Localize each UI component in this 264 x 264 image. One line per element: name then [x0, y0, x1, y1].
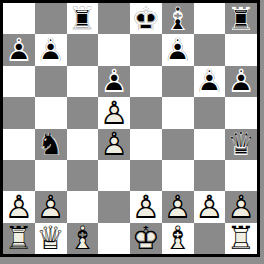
square-g6[interactable]: ♟♙	[194, 66, 226, 97]
black-rook-piece[interactable]: ♜♖	[225, 3, 257, 34]
white-pawn-piece[interactable]: ♟♙	[98, 97, 130, 128]
square-h8[interactable]: ♜♖	[225, 3, 257, 34]
piece-outline-layer: ♙	[35, 191, 67, 222]
square-g2[interactable]: ♟♙	[194, 191, 226, 222]
square-h6[interactable]: ♟♙	[225, 66, 257, 97]
white-bishop-piece[interactable]: ♝♗	[67, 223, 99, 254]
square-g1[interactable]	[194, 223, 226, 254]
square-d8[interactable]	[98, 3, 130, 34]
piece-outline-layer: ♙	[162, 191, 194, 222]
white-pawn-piece[interactable]: ♟♙	[194, 191, 226, 222]
piece-outline-layer: ♕	[35, 223, 67, 254]
square-b1[interactable]: ♛♕	[35, 223, 67, 254]
square-b7[interactable]: ♟♙	[35, 34, 67, 65]
white-rook-piece[interactable]: ♜♖	[3, 223, 35, 254]
square-f5[interactable]	[162, 97, 194, 128]
square-h2[interactable]: ♟♙	[225, 191, 257, 222]
square-e1[interactable]: ♚♔	[130, 223, 162, 254]
white-king-piece[interactable]: ♚♔	[130, 223, 162, 254]
piece-outline-layer: ♖	[225, 223, 257, 254]
square-d6[interactable]: ♟♙	[98, 66, 130, 97]
square-h3[interactable]	[225, 160, 257, 191]
square-d3[interactable]	[98, 160, 130, 191]
square-a6[interactable]	[3, 66, 35, 97]
black-pawn-piece[interactable]: ♟♙	[35, 34, 67, 65]
square-e5[interactable]	[130, 97, 162, 128]
square-g4[interactable]	[194, 129, 226, 160]
piece-outline-layer: ♗	[162, 3, 194, 34]
black-pawn-piece[interactable]: ♟♙	[194, 66, 226, 97]
black-pawn-piece[interactable]: ♟♙	[225, 66, 257, 97]
square-c1[interactable]: ♝♗	[67, 223, 99, 254]
square-a4[interactable]	[3, 129, 35, 160]
square-h1[interactable]: ♜♖	[225, 223, 257, 254]
piece-outline-layer: ♔	[130, 3, 162, 34]
square-a2[interactable]: ♟♙	[3, 191, 35, 222]
piece-outline-layer: ♙	[130, 191, 162, 222]
square-e8[interactable]: ♚♔	[130, 3, 162, 34]
white-pawn-piece[interactable]: ♟♙	[35, 191, 67, 222]
square-f7[interactable]: ♟♙	[162, 34, 194, 65]
square-d5[interactable]: ♟♙	[98, 97, 130, 128]
white-bishop-piece[interactable]: ♝♗	[162, 223, 194, 254]
square-h5[interactable]	[225, 97, 257, 128]
square-c5[interactable]	[67, 97, 99, 128]
square-g7[interactable]	[194, 34, 226, 65]
black-pawn-piece[interactable]: ♟♙	[98, 66, 130, 97]
square-c2[interactable]	[67, 191, 99, 222]
square-d2[interactable]	[98, 191, 130, 222]
square-g3[interactable]	[194, 160, 226, 191]
square-b2[interactable]: ♟♙	[35, 191, 67, 222]
white-rook-piece[interactable]: ♜♖	[225, 223, 257, 254]
square-a7[interactable]: ♟♙	[3, 34, 35, 65]
piece-outline-layer: ♖	[67, 3, 99, 34]
black-queen-piece[interactable]: ♛♕	[225, 129, 257, 160]
square-a5[interactable]	[3, 97, 35, 128]
piece-outline-layer: ♔	[130, 223, 162, 254]
square-e6[interactable]	[130, 66, 162, 97]
square-e3[interactable]	[130, 160, 162, 191]
square-e4[interactable]	[130, 129, 162, 160]
chess-diagram: ♜♖♚♔♝♗♜♖♟♙♟♙♟♙♟♙♟♙♟♙♟♙♞♘♟♙♛♕♟♙♟♙♟♙♟♙♟♙♟♙…	[0, 0, 264, 264]
piece-outline-layer: ♗	[162, 223, 194, 254]
square-c7[interactable]	[67, 34, 99, 65]
black-pawn-piece[interactable]: ♟♙	[162, 34, 194, 65]
square-c8[interactable]: ♜♖	[67, 3, 99, 34]
square-d7[interactable]	[98, 34, 130, 65]
piece-outline-layer: ♙	[98, 66, 130, 97]
piece-outline-layer: ♕	[225, 129, 257, 160]
piece-outline-layer: ♙	[194, 191, 226, 222]
square-h7[interactable]	[225, 34, 257, 65]
square-b4[interactable]: ♞♘	[35, 129, 67, 160]
square-f1[interactable]: ♝♗	[162, 223, 194, 254]
white-pawn-piece[interactable]: ♟♙	[3, 191, 35, 222]
piece-outline-layer: ♙	[3, 34, 35, 65]
square-c3[interactable]	[67, 160, 99, 191]
piece-outline-layer: ♙	[225, 191, 257, 222]
piece-outline-layer: ♙	[3, 191, 35, 222]
square-c4[interactable]	[67, 129, 99, 160]
square-f8[interactable]: ♝♗	[162, 3, 194, 34]
square-f2[interactable]: ♟♙	[162, 191, 194, 222]
square-g8[interactable]	[194, 3, 226, 34]
black-rook-piece[interactable]: ♜♖	[67, 3, 99, 34]
square-b3[interactable]	[35, 160, 67, 191]
piece-outline-layer: ♖	[3, 223, 35, 254]
piece-outline-layer: ♙	[98, 129, 130, 160]
white-pawn-piece[interactable]: ♟♙	[98, 129, 130, 160]
black-king-piece[interactable]: ♚♔	[130, 3, 162, 34]
white-pawn-piece[interactable]: ♟♙	[130, 191, 162, 222]
piece-outline-layer: ♘	[35, 129, 67, 160]
piece-outline-layer: ♙	[98, 97, 130, 128]
square-f4[interactable]	[162, 129, 194, 160]
black-bishop-piece[interactable]: ♝♗	[162, 3, 194, 34]
square-b8[interactable]	[35, 3, 67, 34]
square-c6[interactable]	[67, 66, 99, 97]
square-e7[interactable]	[130, 34, 162, 65]
black-pawn-piece[interactable]: ♟♙	[3, 34, 35, 65]
piece-outline-layer: ♙	[35, 34, 67, 65]
square-e2[interactable]: ♟♙	[130, 191, 162, 222]
chess-board: ♜♖♚♔♝♗♜♖♟♙♟♙♟♙♟♙♟♙♟♙♟♙♞♘♟♙♛♕♟♙♟♙♟♙♟♙♟♙♟♙…	[3, 3, 257, 254]
piece-outline-layer: ♖	[225, 3, 257, 34]
square-h4[interactable]: ♛♕	[225, 129, 257, 160]
square-f6[interactable]	[162, 66, 194, 97]
square-a3[interactable]	[3, 160, 35, 191]
square-a8[interactable]	[3, 3, 35, 34]
square-d1[interactable]	[98, 223, 130, 254]
white-pawn-piece[interactable]: ♟♙	[225, 191, 257, 222]
square-g5[interactable]	[194, 97, 226, 128]
piece-outline-layer: ♗	[67, 223, 99, 254]
piece-outline-layer: ♙	[225, 66, 257, 97]
square-f3[interactable]	[162, 160, 194, 191]
piece-outline-layer: ♙	[162, 34, 194, 65]
square-d4[interactable]: ♟♙	[98, 129, 130, 160]
board-frame: ♜♖♚♔♝♗♜♖♟♙♟♙♟♙♟♙♟♙♟♙♟♙♞♘♟♙♛♕♟♙♟♙♟♙♟♙♟♙♟♙…	[0, 0, 260, 257]
piece-outline-layer: ♙	[194, 66, 226, 97]
square-a1[interactable]: ♜♖	[3, 223, 35, 254]
square-b6[interactable]	[35, 66, 67, 97]
white-pawn-piece[interactable]: ♟♙	[162, 191, 194, 222]
square-b5[interactable]	[35, 97, 67, 128]
black-knight-piece[interactable]: ♞♘	[35, 129, 67, 160]
white-queen-piece[interactable]: ♛♕	[35, 223, 67, 254]
